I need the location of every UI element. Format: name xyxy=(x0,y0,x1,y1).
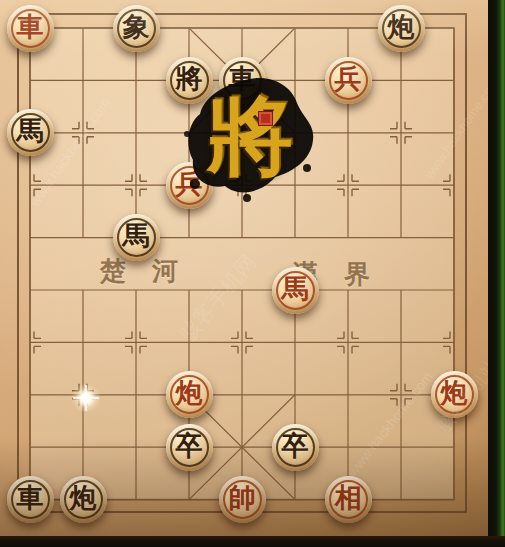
piece-character: 卒 xyxy=(176,433,203,460)
piece-red-兵[interactable]: 兵 xyxy=(325,57,372,104)
piece-black-馬[interactable]: 馬 xyxy=(113,214,160,261)
piece-red-車[interactable]: 車 xyxy=(7,5,54,52)
piece-character: 炮 xyxy=(441,380,468,407)
screen-edge-bottom xyxy=(0,536,505,547)
piece-black-車[interactable]: 車 xyxy=(7,476,54,523)
logo-jiang-character: 將 xyxy=(207,94,293,180)
piece-red-炮[interactable]: 炮 xyxy=(166,371,213,418)
piece-black-卒[interactable]: 卒 xyxy=(166,424,213,471)
piece-character: 兵 xyxy=(335,66,362,93)
piece-character: 帥 xyxy=(229,485,256,512)
piece-character: 馬 xyxy=(123,223,150,250)
piece-character: 相 xyxy=(335,485,362,512)
piece-character: 馬 xyxy=(17,118,44,145)
piece-black-炮[interactable]: 炮 xyxy=(378,5,425,52)
red-seal-icon xyxy=(258,111,273,126)
move-indicator-sparkle xyxy=(70,382,102,414)
piece-character: 炮 xyxy=(176,380,203,407)
screen-edge-right xyxy=(488,0,505,547)
piece-red-炮[interactable]: 炮 xyxy=(431,371,478,418)
river-label-chu-he: 楚河 xyxy=(100,254,204,289)
piece-red-馬[interactable]: 馬 xyxy=(272,267,319,314)
piece-red-帥[interactable]: 帥 xyxy=(219,476,266,523)
piece-character: 炮 xyxy=(70,485,97,512)
piece-character: 象 xyxy=(123,14,150,41)
general-logo-splash: 將 xyxy=(183,76,317,204)
piece-red-相[interactable]: 相 xyxy=(325,476,372,523)
piece-character: 炮 xyxy=(388,14,415,41)
xiangqi-board-screen: 楚河 漢界 車象炮將車兵馬兵馬馬炮炮卒卒車炮帥相 將 www.hackhome.… xyxy=(0,0,505,547)
piece-black-馬[interactable]: 馬 xyxy=(7,109,54,156)
piece-character: 馬 xyxy=(282,276,309,303)
piece-character: 車 xyxy=(17,485,44,512)
piece-character: 卒 xyxy=(282,433,309,460)
piece-character: 車 xyxy=(17,14,44,41)
piece-black-炮[interactable]: 炮 xyxy=(60,476,107,523)
piece-black-象[interactable]: 象 xyxy=(113,5,160,52)
piece-black-卒[interactable]: 卒 xyxy=(272,424,319,471)
